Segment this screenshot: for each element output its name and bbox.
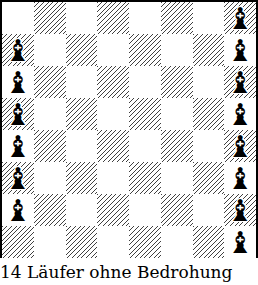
square-f1 — [161, 226, 193, 258]
square-g4 — [193, 130, 225, 162]
square-c3 — [66, 162, 98, 194]
square-d3 — [97, 162, 129, 194]
square-a3: ♝ — [2, 162, 34, 194]
square-f2 — [161, 194, 193, 226]
black-bishop: ♝ — [4, 194, 31, 226]
square-c2 — [66, 194, 98, 226]
black-bishop: ♝ — [227, 66, 254, 98]
square-c7 — [66, 34, 98, 66]
square-c8 — [66, 2, 98, 34]
square-d6 — [97, 66, 129, 98]
black-bishop: ♝ — [227, 130, 254, 162]
square-g2 — [193, 194, 225, 226]
square-d2 — [97, 194, 129, 226]
square-h1: ♝ — [224, 226, 256, 258]
square-a8 — [2, 2, 34, 34]
square-f5 — [161, 98, 193, 130]
square-d5 — [97, 98, 129, 130]
square-d8 — [97, 2, 129, 34]
square-e6 — [129, 66, 161, 98]
square-f8 — [161, 2, 193, 34]
square-d7 — [97, 34, 129, 66]
square-b3 — [34, 162, 66, 194]
square-a5: ♝ — [2, 98, 34, 130]
square-g7 — [193, 34, 225, 66]
square-e3 — [129, 162, 161, 194]
square-d1 — [97, 226, 129, 258]
square-f7 — [161, 34, 193, 66]
square-a2: ♝ — [2, 194, 34, 226]
chess-board: ♝♝♝♝♝♝♝♝♝♝♝♝♝♝ — [0, 0, 258, 258]
square-f3 — [161, 162, 193, 194]
square-b5 — [34, 98, 66, 130]
square-b7 — [34, 34, 66, 66]
square-e4 — [129, 130, 161, 162]
square-c1 — [66, 226, 98, 258]
black-bishop: ♝ — [227, 2, 254, 34]
black-bishop: ♝ — [4, 162, 31, 194]
black-bishop: ♝ — [4, 130, 31, 162]
square-e8 — [129, 2, 161, 34]
square-h6: ♝ — [224, 66, 256, 98]
black-bishop: ♝ — [4, 34, 31, 66]
square-h2: ♝ — [224, 194, 256, 226]
figure-caption: 14 Läufer ohne Bedrohung — [0, 258, 258, 282]
square-g8 — [193, 2, 225, 34]
square-g5 — [193, 98, 225, 130]
square-e1 — [129, 226, 161, 258]
black-bishop: ♝ — [227, 34, 254, 66]
square-e5 — [129, 98, 161, 130]
square-b2 — [34, 194, 66, 226]
square-h3: ♝ — [224, 162, 256, 194]
square-a6: ♝ — [2, 66, 34, 98]
black-bishop: ♝ — [227, 194, 254, 226]
black-bishop: ♝ — [227, 226, 254, 258]
square-a1 — [2, 226, 34, 258]
square-h8: ♝ — [224, 2, 256, 34]
square-h7: ♝ — [224, 34, 256, 66]
square-g6 — [193, 66, 225, 98]
square-c4 — [66, 130, 98, 162]
square-b8 — [34, 2, 66, 34]
square-h4: ♝ — [224, 130, 256, 162]
square-g3 — [193, 162, 225, 194]
square-d4 — [97, 130, 129, 162]
black-bishop: ♝ — [4, 66, 31, 98]
square-c5 — [66, 98, 98, 130]
black-bishop: ♝ — [4, 98, 31, 130]
square-f6 — [161, 66, 193, 98]
chess-diagram-figure: ♝♝♝♝♝♝♝♝♝♝♝♝♝♝ 14 Läufer ohne Bedrohung — [0, 0, 258, 285]
square-a4: ♝ — [2, 130, 34, 162]
square-f4 — [161, 130, 193, 162]
square-a7: ♝ — [2, 34, 34, 66]
black-bishop: ♝ — [227, 98, 254, 130]
black-bishop: ♝ — [227, 162, 254, 194]
square-b6 — [34, 66, 66, 98]
square-e2 — [129, 194, 161, 226]
square-b1 — [34, 226, 66, 258]
square-c6 — [66, 66, 98, 98]
square-e7 — [129, 34, 161, 66]
square-g1 — [193, 226, 225, 258]
square-b4 — [34, 130, 66, 162]
square-h5: ♝ — [224, 98, 256, 130]
